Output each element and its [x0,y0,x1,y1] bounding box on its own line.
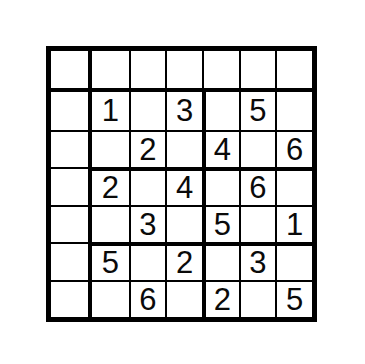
sudoku-cell: 2 [129,130,166,168]
sudoku-cell [165,205,202,243]
header-row [92,51,312,88]
sudoku-cell: 4 [165,167,202,205]
sudoku-cell: 1 [275,205,312,243]
sudoku-cell [92,130,129,168]
sudoku-cell: 4 [202,130,239,168]
sudoku-cell: 6 [239,167,276,205]
sudoku-cell: 1 [92,92,129,130]
header-column-cell [51,242,88,280]
header-row-cell [129,51,166,88]
sudoku-cell [165,130,202,168]
sudoku-cell: 3 [129,205,166,243]
sudoku-cell [275,92,312,130]
sudoku-cell: 5 [92,242,129,280]
sudoku-cell [92,205,129,243]
header-column-cell [51,167,88,205]
sudoku-grid: 135246246351523625 [92,92,312,317]
sudoku-board: 135246246351523625 [46,46,317,322]
sudoku-cell: 3 [239,242,276,280]
sudoku-cell [239,280,276,318]
header-row-cell [92,51,129,88]
sudoku-cell [275,242,312,280]
sudoku-cell: 2 [92,167,129,205]
sudoku-cell: 6 [275,130,312,168]
sudoku-cell: 3 [165,92,202,130]
header-column-cell [51,205,88,243]
header-column-cell [51,92,88,130]
sudoku-cell [129,92,166,130]
header-row-cell [239,51,276,88]
sudoku-cell: 2 [165,242,202,280]
sudoku-cell [129,167,166,205]
sudoku-cell: 6 [129,280,166,318]
header-column-cell [51,280,88,318]
sudoku-cell: 5 [239,92,276,130]
sudoku-cell [239,130,276,168]
sudoku-cell: 5 [275,280,312,318]
page: 135246246351523625 [0,0,365,364]
sudoku-cell: 2 [202,280,239,318]
sudoku-cell [202,242,239,280]
header-row-cell [202,51,239,88]
header-row-cell [275,51,312,88]
sudoku-cell [275,167,312,205]
header-column-cell [51,130,88,168]
sudoku-cell [202,167,239,205]
header-corner-cell [51,51,88,88]
sudoku-cell: 5 [202,205,239,243]
header-column [51,92,88,317]
sudoku-cell [202,92,239,130]
sudoku-cell [92,280,129,318]
sudoku-cell [165,280,202,318]
sudoku-cell [129,242,166,280]
header-row-cell [165,51,202,88]
sudoku-cell [239,205,276,243]
